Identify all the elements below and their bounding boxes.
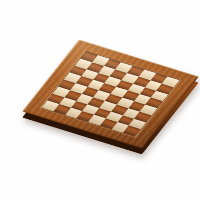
board-frame <box>22 40 199 149</box>
product-photo-scene <box>0 0 200 200</box>
chess-board <box>0 0 200 200</box>
